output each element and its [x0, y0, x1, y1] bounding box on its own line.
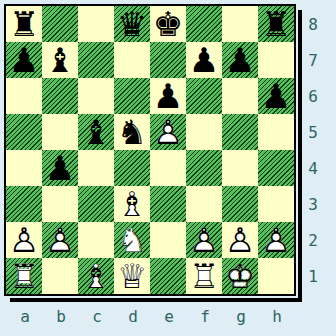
piece-fill: ♝	[78, 114, 114, 150]
square-b4[interactable]: ♟	[42, 150, 78, 186]
black-pawn-g7[interactable]: ♟	[222, 42, 258, 78]
piece-fill: ♜	[258, 6, 294, 42]
file-label-e: e	[151, 302, 187, 332]
black-rook-a8[interactable]: ♜	[6, 6, 42, 42]
chess-board: ♜♛♚♜♟♝♟♟♟♟♝♞♟♙♟♝♗♟♙♟♙♞♘♟♙♟♙♟♙♜♖♝♗♛♕♜♖♚♔	[4, 4, 296, 296]
square-h5[interactable]	[258, 114, 294, 150]
square-g7[interactable]: ♟	[222, 42, 258, 78]
black-queen-d8[interactable]: ♛	[114, 6, 150, 42]
file-label-c: c	[79, 302, 115, 332]
square-g5[interactable]	[222, 114, 258, 150]
square-a1[interactable]: ♜♖	[6, 258, 42, 294]
square-a8[interactable]: ♜	[6, 6, 42, 42]
chess-diagram: ♜♛♚♜♟♝♟♟♟♟♝♞♟♙♟♝♗♟♙♟♙♞♘♟♙♟♙♟♙♜♖♝♗♛♕♜♖♚♔ …	[0, 0, 336, 336]
square-f4[interactable]	[186, 150, 222, 186]
black-knight-d5[interactable]: ♞	[114, 114, 150, 150]
piece-outline: ♙	[42, 222, 78, 258]
square-b3[interactable]	[42, 186, 78, 222]
square-f1[interactable]: ♜♖	[186, 258, 222, 294]
piece-outline: ♖	[186, 258, 222, 294]
piece-outline: ♔	[222, 258, 258, 294]
piece-fill: ♟	[42, 150, 78, 186]
square-b5[interactable]	[42, 114, 78, 150]
black-bishop-b7[interactable]: ♝	[42, 42, 78, 78]
white-knight-d2[interactable]: ♞♘	[114, 222, 150, 258]
white-rook-f1[interactable]: ♜♖	[186, 258, 222, 294]
square-c6[interactable]	[78, 78, 114, 114]
square-d8[interactable]: ♛	[114, 6, 150, 42]
file-label-b: b	[43, 302, 79, 332]
file-label-g: g	[223, 302, 259, 332]
rank-label-8: 8	[299, 7, 327, 43]
square-b6[interactable]	[42, 78, 78, 114]
piece-fill: ♚	[150, 6, 186, 42]
white-bishop-d3[interactable]: ♝♗	[114, 186, 150, 222]
square-a5[interactable]	[6, 114, 42, 150]
square-a6[interactable]	[6, 78, 42, 114]
square-e5[interactable]: ♟♙	[150, 114, 186, 150]
square-g2[interactable]: ♟♙	[222, 222, 258, 258]
rank-label-2: 2	[299, 223, 327, 259]
white-queen-d1[interactable]: ♛♕	[114, 258, 150, 294]
square-h7[interactable]	[258, 42, 294, 78]
rank-label-3: 3	[299, 187, 327, 223]
square-c8[interactable]	[78, 6, 114, 42]
piece-outline: ♙	[258, 222, 294, 258]
square-f5[interactable]	[186, 114, 222, 150]
square-b8[interactable]	[42, 6, 78, 42]
square-h8[interactable]: ♜	[258, 6, 294, 42]
white-pawn-b2[interactable]: ♟♙	[42, 222, 78, 258]
white-bishop-c1[interactable]: ♝♗	[78, 258, 114, 294]
square-h4[interactable]	[258, 150, 294, 186]
white-pawn-f2[interactable]: ♟♙	[186, 222, 222, 258]
square-g6[interactable]	[222, 78, 258, 114]
square-d2[interactable]: ♞♘	[114, 222, 150, 258]
square-a2[interactable]: ♟♙	[6, 222, 42, 258]
white-rook-a1[interactable]: ♜♖	[6, 258, 42, 294]
square-e4[interactable]	[150, 150, 186, 186]
square-h6[interactable]: ♟	[258, 78, 294, 114]
square-g8[interactable]	[222, 6, 258, 42]
file-label-a: a	[7, 302, 43, 332]
square-e2[interactable]	[150, 222, 186, 258]
black-pawn-b4[interactable]: ♟	[42, 150, 78, 186]
black-rook-h8[interactable]: ♜	[258, 6, 294, 42]
square-a3[interactable]	[6, 186, 42, 222]
piece-fill: ♟	[186, 42, 222, 78]
square-f8[interactable]	[186, 6, 222, 42]
rank-label-1: 1	[299, 259, 327, 295]
black-pawn-h6[interactable]: ♟	[258, 78, 294, 114]
square-e7[interactable]	[150, 42, 186, 78]
square-h3[interactable]	[258, 186, 294, 222]
piece-outline: ♗	[78, 258, 114, 294]
square-d5[interactable]: ♞	[114, 114, 150, 150]
black-king-e8[interactable]: ♚	[150, 6, 186, 42]
square-h2[interactable]: ♟♙	[258, 222, 294, 258]
piece-fill: ♟	[150, 78, 186, 114]
piece-outline: ♙	[150, 114, 186, 150]
piece-outline: ♙	[6, 222, 42, 258]
black-pawn-e6[interactable]: ♟	[150, 78, 186, 114]
piece-fill: ♝	[42, 42, 78, 78]
piece-outline: ♘	[114, 222, 150, 258]
piece-outline: ♙	[186, 222, 222, 258]
square-g4[interactable]	[222, 150, 258, 186]
rank-label-6: 6	[299, 79, 327, 115]
file-label-f: f	[187, 302, 223, 332]
rank-label-7: 7	[299, 43, 327, 79]
white-pawn-e5[interactable]: ♟♙	[150, 114, 186, 150]
square-h1[interactable]	[258, 258, 294, 294]
square-f7[interactable]: ♟	[186, 42, 222, 78]
piece-fill: ♞	[114, 114, 150, 150]
piece-outline: ♙	[222, 222, 258, 258]
white-pawn-g2[interactable]: ♟♙	[222, 222, 258, 258]
square-f6[interactable]	[186, 78, 222, 114]
piece-outline: ♗	[114, 186, 150, 222]
square-c7[interactable]	[78, 42, 114, 78]
square-a7[interactable]: ♟	[6, 42, 42, 78]
square-b1[interactable]	[42, 258, 78, 294]
rank-label-4: 4	[299, 151, 327, 187]
square-d4[interactable]	[114, 150, 150, 186]
square-f2[interactable]: ♟♙	[186, 222, 222, 258]
file-label-h: h	[259, 302, 295, 332]
piece-outline: ♕	[114, 258, 150, 294]
square-f3[interactable]	[186, 186, 222, 222]
piece-fill: ♜	[6, 6, 42, 42]
piece-outline: ♖	[6, 258, 42, 294]
square-c3[interactable]	[78, 186, 114, 222]
black-pawn-a7[interactable]: ♟	[6, 42, 42, 78]
white-pawn-h2[interactable]: ♟♙	[258, 222, 294, 258]
square-c5[interactable]: ♝	[78, 114, 114, 150]
square-d7[interactable]	[114, 42, 150, 78]
square-e8[interactable]: ♚	[150, 6, 186, 42]
square-a4[interactable]	[6, 150, 42, 186]
square-e6[interactable]: ♟	[150, 78, 186, 114]
black-pawn-f7[interactable]: ♟	[186, 42, 222, 78]
black-bishop-c5[interactable]: ♝	[78, 114, 114, 150]
square-b7[interactable]: ♝	[42, 42, 78, 78]
square-b2[interactable]: ♟♙	[42, 222, 78, 258]
square-c2[interactable]	[78, 222, 114, 258]
square-d1[interactable]: ♛♕	[114, 258, 150, 294]
white-king-g1[interactable]: ♚♔	[222, 258, 258, 294]
white-pawn-a2[interactable]: ♟♙	[6, 222, 42, 258]
piece-fill: ♟	[222, 42, 258, 78]
square-c1[interactable]: ♝♗	[78, 258, 114, 294]
file-label-d: d	[115, 302, 151, 332]
square-d3[interactable]: ♝♗	[114, 186, 150, 222]
square-e3[interactable]	[150, 186, 186, 222]
rank-label-5: 5	[299, 115, 327, 151]
square-d6[interactable]	[114, 78, 150, 114]
square-e1[interactable]	[150, 258, 186, 294]
square-c4[interactable]	[78, 150, 114, 186]
piece-fill: ♛	[114, 6, 150, 42]
board-squares: ♜♛♚♜♟♝♟♟♟♟♝♞♟♙♟♝♗♟♙♟♙♞♘♟♙♟♙♟♙♜♖♝♗♛♕♜♖♚♔	[6, 6, 294, 294]
piece-fill: ♟	[6, 42, 42, 78]
square-g1[interactable]: ♚♔	[222, 258, 258, 294]
piece-fill: ♟	[258, 78, 294, 114]
square-g3[interactable]	[222, 186, 258, 222]
